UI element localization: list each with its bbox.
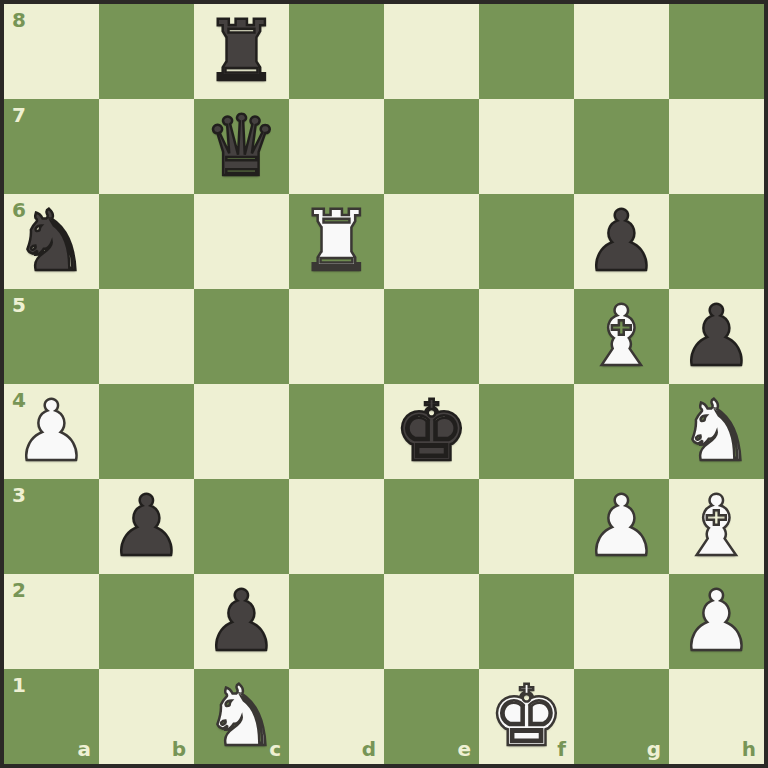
square-f7[interactable] (479, 99, 574, 194)
rank-label-1: 1 (12, 675, 26, 695)
file-label-e: e (457, 739, 471, 759)
square-h8[interactable] (669, 4, 764, 99)
square-c7[interactable]: ♛ (194, 99, 289, 194)
square-d1[interactable]: d (289, 669, 384, 764)
square-d2[interactable] (289, 574, 384, 669)
square-b5[interactable] (99, 289, 194, 384)
square-e1[interactable]: e (384, 669, 479, 764)
black-king[interactable]: ♚ (394, 384, 469, 479)
square-e4[interactable]: ♚ (384, 384, 479, 479)
square-c4[interactable] (194, 384, 289, 479)
square-f3[interactable] (479, 479, 574, 574)
square-a4[interactable]: 4♟ (4, 384, 99, 479)
square-b3[interactable]: ♟ (99, 479, 194, 574)
square-c2[interactable]: ♟ (194, 574, 289, 669)
square-f5[interactable] (479, 289, 574, 384)
square-a8[interactable]: 8 (4, 4, 99, 99)
black-queen[interactable]: ♛ (204, 99, 279, 194)
square-g7[interactable] (574, 99, 669, 194)
chess-board: 8♜7♛6♞♜♟5♝♟4♟♚♞3♟♟♝2♟♟1abc♞def♚gh (4, 4, 764, 764)
square-d3[interactable] (289, 479, 384, 574)
square-e7[interactable] (384, 99, 479, 194)
square-f1[interactable]: f♚ (479, 669, 574, 764)
square-b6[interactable] (99, 194, 194, 289)
file-label-h: h (742, 739, 756, 759)
black-knight[interactable]: ♞ (14, 194, 89, 289)
white-pawn[interactable]: ♟ (679, 574, 754, 669)
square-g4[interactable] (574, 384, 669, 479)
square-a6[interactable]: 6♞ (4, 194, 99, 289)
square-g6[interactable]: ♟ (574, 194, 669, 289)
rank-label-8: 8 (12, 10, 26, 30)
square-a2[interactable]: 2 (4, 574, 99, 669)
square-h1[interactable]: h (669, 669, 764, 764)
square-h6[interactable] (669, 194, 764, 289)
white-rook[interactable]: ♜ (299, 194, 374, 289)
square-f8[interactable] (479, 4, 574, 99)
square-b4[interactable] (99, 384, 194, 479)
white-bishop[interactable]: ♝ (584, 289, 659, 384)
black-pawn[interactable]: ♟ (109, 479, 184, 574)
black-pawn[interactable]: ♟ (679, 289, 754, 384)
square-b8[interactable] (99, 4, 194, 99)
square-g1[interactable]: g (574, 669, 669, 764)
square-c8[interactable]: ♜ (194, 4, 289, 99)
file-label-a: a (78, 739, 92, 759)
white-pawn[interactable]: ♟ (584, 479, 659, 574)
square-b2[interactable] (99, 574, 194, 669)
white-king[interactable]: ♚ (489, 669, 564, 764)
square-d5[interactable] (289, 289, 384, 384)
square-f2[interactable] (479, 574, 574, 669)
square-a1[interactable]: 1a (4, 669, 99, 764)
chess-board-frame: 8♜7♛6♞♜♟5♝♟4♟♚♞3♟♟♝2♟♟1abc♞def♚gh (0, 0, 768, 768)
square-h3[interactable]: ♝ (669, 479, 764, 574)
square-h5[interactable]: ♟ (669, 289, 764, 384)
square-f6[interactable] (479, 194, 574, 289)
square-g8[interactable] (574, 4, 669, 99)
square-c3[interactable] (194, 479, 289, 574)
file-label-g: g (647, 739, 661, 759)
square-c5[interactable] (194, 289, 289, 384)
square-h7[interactable] (669, 99, 764, 194)
square-e3[interactable] (384, 479, 479, 574)
square-e2[interactable] (384, 574, 479, 669)
white-knight[interactable]: ♞ (204, 669, 279, 764)
white-pawn[interactable]: ♟ (14, 384, 89, 479)
square-f4[interactable] (479, 384, 574, 479)
rank-label-7: 7 (12, 105, 26, 125)
rank-label-3: 3 (12, 485, 26, 505)
square-e8[interactable] (384, 4, 479, 99)
square-b7[interactable] (99, 99, 194, 194)
rank-label-2: 2 (12, 580, 26, 600)
square-b1[interactable]: b (99, 669, 194, 764)
square-e5[interactable] (384, 289, 479, 384)
square-a5[interactable]: 5 (4, 289, 99, 384)
square-e6[interactable] (384, 194, 479, 289)
square-g3[interactable]: ♟ (574, 479, 669, 574)
square-d6[interactable]: ♜ (289, 194, 384, 289)
square-d7[interactable] (289, 99, 384, 194)
square-c1[interactable]: c♞ (194, 669, 289, 764)
file-label-b: b (172, 739, 186, 759)
square-a7[interactable]: 7 (4, 99, 99, 194)
square-c6[interactable] (194, 194, 289, 289)
square-h2[interactable]: ♟ (669, 574, 764, 669)
rank-label-5: 5 (12, 295, 26, 315)
file-label-d: d (362, 739, 376, 759)
square-d8[interactable] (289, 4, 384, 99)
square-g5[interactable]: ♝ (574, 289, 669, 384)
square-h4[interactable]: ♞ (669, 384, 764, 479)
square-d4[interactable] (289, 384, 384, 479)
square-g2[interactable] (574, 574, 669, 669)
white-bishop[interactable]: ♝ (679, 479, 754, 574)
black-rook[interactable]: ♜ (204, 4, 279, 99)
square-a3[interactable]: 3 (4, 479, 99, 574)
white-knight[interactable]: ♞ (679, 384, 754, 479)
black-pawn[interactable]: ♟ (584, 194, 659, 289)
black-pawn[interactable]: ♟ (204, 574, 279, 669)
